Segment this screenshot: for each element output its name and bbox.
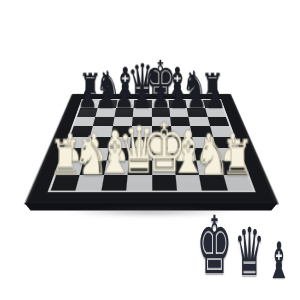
square-a4 <box>65 136 90 147</box>
square-h8 <box>202 99 222 107</box>
square-d2 <box>127 160 151 174</box>
square-a7 <box>77 107 98 116</box>
square-e3 <box>151 147 174 160</box>
square-e2 <box>151 160 175 174</box>
square-d3 <box>128 147 151 160</box>
loose-piece-black-bishop: ♝ <box>267 235 291 285</box>
loose-piece-black-queen: ♛ <box>234 219 264 285</box>
square-d7 <box>132 107 151 116</box>
square-g8 <box>185 99 204 107</box>
square-b2 <box>80 160 106 174</box>
square-d6 <box>132 116 151 125</box>
square-a3 <box>61 147 87 160</box>
square-g2 <box>196 160 222 174</box>
square-c6 <box>112 116 132 125</box>
square-b6 <box>93 116 114 125</box>
product-photo: ♜♞♝♛♚♝♞♜♟♟♟♟♟♟♟♟♟♟♟♟♟♟♟♟♜♞♝♛♚♝♞♜ ♚♛♝ <box>0 0 300 300</box>
square-b1 <box>75 174 103 190</box>
square-c3 <box>106 147 130 160</box>
square-c7 <box>114 107 133 116</box>
square-a8 <box>80 99 100 107</box>
square-d5 <box>131 126 151 136</box>
square-g1 <box>199 174 227 190</box>
square-e1 <box>151 174 176 190</box>
square-b3 <box>83 147 108 160</box>
square-e5 <box>151 126 171 136</box>
square-h4 <box>212 136 237 147</box>
square-f3 <box>172 147 196 160</box>
square-c4 <box>108 136 130 147</box>
square-a5 <box>70 126 93 136</box>
square-h7 <box>204 107 225 116</box>
square-f6 <box>170 116 190 125</box>
square-a2 <box>56 160 84 174</box>
square-h6 <box>207 116 229 125</box>
square-f7 <box>169 107 188 116</box>
square-h5 <box>209 126 232 136</box>
square-f1 <box>175 174 202 190</box>
square-c5 <box>110 126 131 136</box>
square-b8 <box>98 99 117 107</box>
square-d8 <box>133 99 151 107</box>
square-f8 <box>168 99 187 107</box>
loose-pieces-tray: ♚♛♝ <box>196 245 291 285</box>
loose-piece-black-king: ♚ <box>196 205 232 285</box>
square-c8 <box>115 99 134 107</box>
square-h3 <box>215 147 241 160</box>
square-b4 <box>87 136 110 147</box>
square-b5 <box>90 126 112 136</box>
square-a6 <box>73 116 95 125</box>
square-g6 <box>188 116 209 125</box>
square-h1 <box>222 174 252 190</box>
square-g5 <box>190 126 212 136</box>
square-c2 <box>103 160 128 174</box>
square-e8 <box>151 99 169 107</box>
square-e7 <box>151 107 170 116</box>
square-g7 <box>187 107 207 116</box>
board-grid <box>47 99 255 192</box>
board-frame <box>24 94 278 204</box>
square-h2 <box>219 160 247 174</box>
square-f4 <box>171 136 193 147</box>
square-d4 <box>130 136 151 147</box>
square-e4 <box>151 136 172 147</box>
square-c1 <box>101 174 128 190</box>
square-b7 <box>95 107 115 116</box>
square-a1 <box>50 174 80 190</box>
square-g3 <box>194 147 219 160</box>
chessboard: ♜♞♝♛♚♝♞♜♟♟♟♟♟♟♟♟♟♟♟♟♟♟♟♟♜♞♝♛♚♝♞♜ <box>24 94 278 204</box>
square-g4 <box>192 136 215 147</box>
square-d1 <box>126 174 151 190</box>
square-e6 <box>151 116 170 125</box>
square-f2 <box>174 160 199 174</box>
square-f5 <box>170 126 191 136</box>
